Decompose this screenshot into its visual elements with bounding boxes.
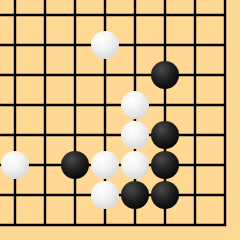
black-stone bbox=[61, 151, 89, 179]
stones-layer bbox=[0, 0, 240, 240]
black-stone bbox=[151, 61, 179, 89]
white-stone bbox=[121, 151, 149, 179]
black-stone bbox=[121, 181, 149, 209]
white-stone bbox=[91, 151, 119, 179]
white-stone bbox=[121, 91, 149, 119]
black-stone bbox=[151, 181, 179, 209]
black-stone bbox=[151, 121, 179, 149]
white-stone bbox=[91, 31, 119, 59]
white-stone bbox=[91, 181, 119, 209]
white-stone bbox=[121, 121, 149, 149]
go-board[interactable] bbox=[0, 0, 240, 240]
black-stone bbox=[151, 151, 179, 179]
white-stone bbox=[1, 151, 29, 179]
